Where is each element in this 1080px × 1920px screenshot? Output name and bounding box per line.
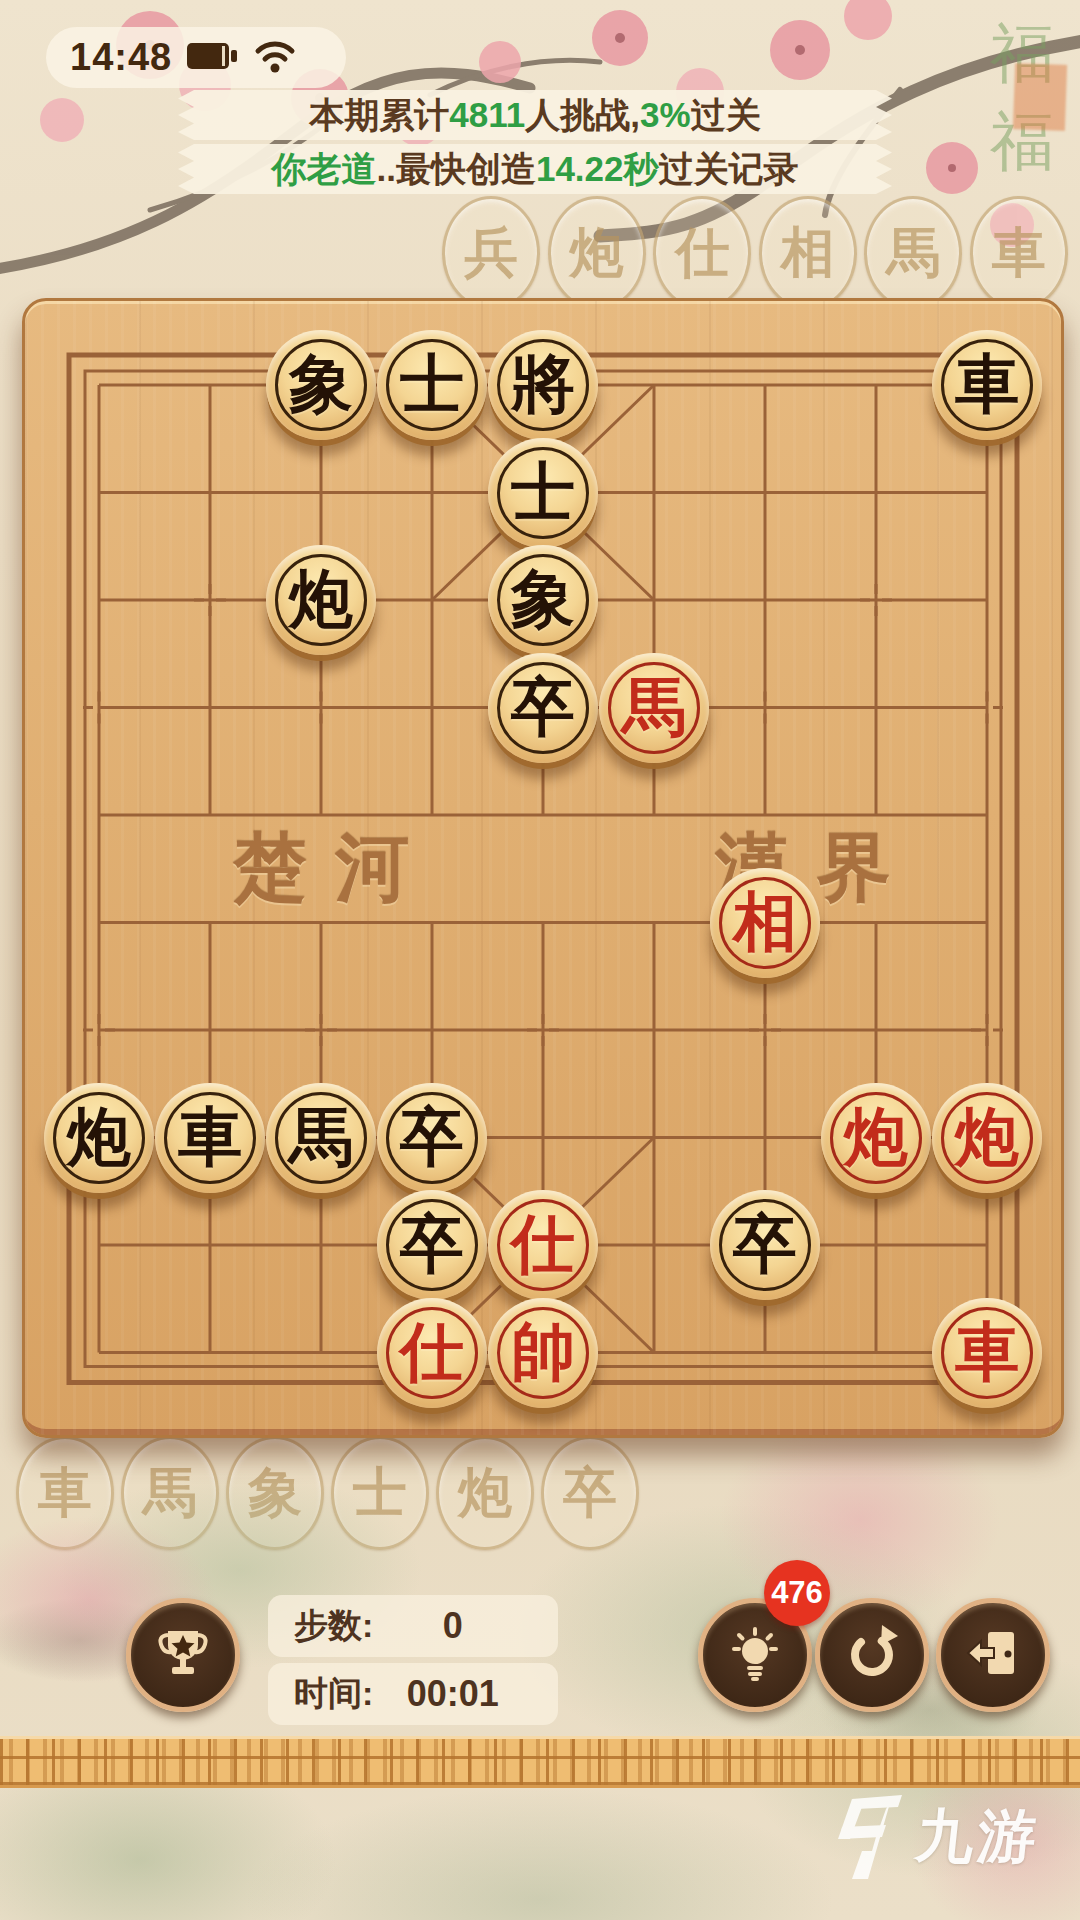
banner-text-part: 3% [640, 95, 691, 135]
restart-icon [840, 1621, 904, 1689]
exit-door-icon [961, 1621, 1025, 1689]
piece-character: 炮 [266, 545, 376, 655]
piece-character: 車 [155, 1083, 265, 1193]
timer: 时间: 00:01 [268, 1663, 558, 1725]
moves-label: 步数: [294, 1603, 373, 1649]
app-screen: 福 福 14:48 本期累计4811人挑战,3%过关 你老道..最快创造14.2… [0, 0, 1080, 1920]
piece-black-卒[interactable]: 卒 [377, 1083, 487, 1193]
trophy-icon [151, 1621, 215, 1689]
calligraphy-decor: 福 福 [982, 10, 1062, 186]
piece-character: 車 [932, 330, 1042, 440]
hint-count-badge: 476 [764, 1560, 830, 1626]
piece-character: 炮 [44, 1083, 154, 1193]
piece-character: 士 [377, 330, 487, 440]
jiuyou-logo-mark [828, 1795, 906, 1879]
piece-character: 象 [266, 330, 376, 440]
faded-piece-decor: 仕 [653, 196, 751, 310]
piece-black-士[interactable]: 士 [377, 330, 487, 440]
piece-red-車[interactable]: 車 [932, 1298, 1042, 1408]
piece-character: 炮 [821, 1083, 931, 1193]
piece-character: 仕 [488, 1190, 598, 1300]
piece-character: 車 [932, 1298, 1042, 1408]
piece-black-卒[interactable]: 卒 [710, 1190, 820, 1300]
trophy-button[interactable] [126, 1598, 240, 1712]
piece-character: 象 [488, 545, 598, 655]
battery-icon [186, 40, 238, 76]
faded-piece-decor: 馬 [121, 1436, 219, 1550]
meander-border [0, 1736, 1080, 1788]
piece-character: 卒 [710, 1190, 820, 1300]
piece-black-士[interactable]: 士 [488, 438, 598, 548]
piece-black-卒[interactable]: 卒 [377, 1190, 487, 1300]
piece-red-馬[interactable]: 馬 [599, 653, 709, 763]
piece-character: 士 [488, 438, 598, 548]
restart-button[interactable] [815, 1598, 929, 1712]
faded-piece-decor: 兵 [442, 196, 540, 310]
piece-black-車[interactable]: 車 [155, 1083, 265, 1193]
piece-black-炮[interactable]: 炮 [44, 1083, 154, 1193]
piece-character: 仕 [377, 1298, 487, 1408]
piece-character: 炮 [932, 1083, 1042, 1193]
banner-text-part: 4811 [449, 95, 525, 135]
faded-piece-decor: 車 [16, 1436, 114, 1550]
banner-text-part: 人挑战, [525, 92, 640, 139]
piece-black-馬[interactable]: 馬 [266, 1083, 376, 1193]
piece-red-仕[interactable]: 仕 [377, 1298, 487, 1408]
faded-piece-decor: 卒 [541, 1436, 639, 1550]
piece-red-仕[interactable]: 仕 [488, 1190, 598, 1300]
piece-black-炮[interactable]: 炮 [266, 545, 376, 655]
faded-piece-decor: 相 [759, 196, 857, 310]
clock-time: 14:48 [70, 36, 172, 79]
piece-black-象[interactable]: 象 [488, 545, 598, 655]
piece-red-相[interactable]: 相 [710, 868, 820, 978]
piece-red-炮[interactable]: 炮 [932, 1083, 1042, 1193]
piece-black-車[interactable]: 車 [932, 330, 1042, 440]
piece-red-帥[interactable]: 帥 [488, 1298, 598, 1408]
piece-character: 卒 [377, 1083, 487, 1193]
seal-stamp-decor [1013, 63, 1067, 131]
piece-character: 卒 [488, 653, 598, 763]
timer-label: 时间: [294, 1671, 373, 1717]
moves-counter: 步数: 0 [268, 1595, 558, 1657]
piece-black-將[interactable]: 將 [488, 330, 598, 440]
piece-character: 卒 [377, 1190, 487, 1300]
piece-character: 馬 [266, 1083, 376, 1193]
piece-red-炮[interactable]: 炮 [821, 1083, 931, 1193]
wifi-icon [252, 37, 298, 79]
river-label-chu: 楚河 [233, 828, 437, 910]
exit-button[interactable] [936, 1598, 1050, 1712]
xiangqi-board[interactable]: 楚河 漢界 象士將車士炮象卒馬相炮車馬卒炮炮卒仕卒仕帥車 [22, 298, 1064, 1438]
banner-text-part: 过关记录 [659, 146, 799, 193]
faded-piece-decor: 馬 [864, 196, 962, 310]
piece-character: 馬 [599, 653, 709, 763]
jiuyou-logo-text: 九游 [912, 1798, 1044, 1876]
record-banner: 你老道..最快创造14.22秒过关记录 [170, 144, 900, 194]
banner-text-part: 14.22秒 [536, 146, 659, 193]
lightbulb-icon [723, 1621, 787, 1689]
banner-text-part: ..最快创造 [376, 146, 535, 193]
piece-black-卒[interactable]: 卒 [488, 653, 598, 763]
moves-value: 0 [373, 1605, 532, 1647]
faded-piece-decor: 車 [970, 196, 1068, 310]
faded-piece-decor: 炮 [436, 1436, 534, 1550]
banner-text-part: 你老道 [271, 146, 376, 193]
jiuyou-logo: 九游 [828, 1795, 1040, 1879]
piece-black-象[interactable]: 象 [266, 330, 376, 440]
banner-text-part: 过关 [691, 92, 761, 139]
faded-piece-decor: 炮 [548, 196, 646, 310]
piece-character: 相 [710, 868, 820, 978]
status-bar: 14:48 [46, 27, 346, 88]
piece-character: 將 [488, 330, 598, 440]
faded-piece-decor: 象 [226, 1436, 324, 1550]
banner-text-part: 本期累计 [309, 92, 449, 139]
challenge-stats-banner: 本期累计4811人挑战,3%过关 [170, 90, 900, 140]
faded-piece-decor: 士 [331, 1436, 429, 1550]
piece-character: 帥 [488, 1298, 598, 1408]
timer-value: 00:01 [373, 1673, 532, 1715]
